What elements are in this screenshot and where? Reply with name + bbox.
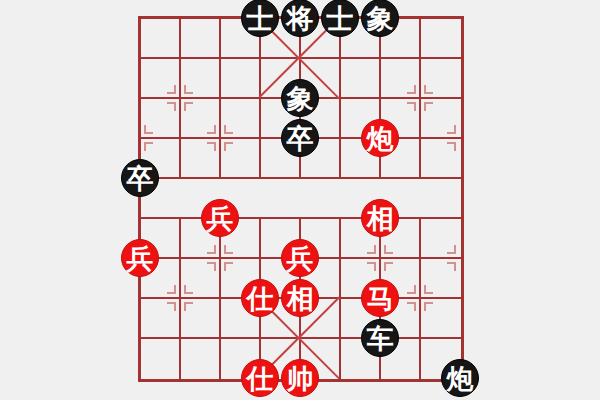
point-marker xyxy=(184,85,193,94)
xiangqi-board: 士将士象象卒卒车炮炮兵相兵兵仕相马仕帅 xyxy=(140,18,460,378)
piece-black-soldier[interactable]: 卒 xyxy=(121,159,159,197)
point-marker xyxy=(384,262,393,271)
river-cell xyxy=(301,179,341,219)
point-marker xyxy=(407,285,416,294)
board-cell xyxy=(221,59,261,99)
piece-black-elephant[interactable]: 象 xyxy=(361,0,399,37)
point-marker xyxy=(184,285,193,294)
point-marker xyxy=(424,102,433,111)
point-marker xyxy=(424,85,433,94)
piece-red-horse[interactable]: 马 xyxy=(361,279,399,317)
point-marker xyxy=(447,142,456,151)
piece-red-elephant[interactable]: 相 xyxy=(361,199,399,237)
board-cell xyxy=(141,19,181,59)
point-marker xyxy=(424,285,433,294)
piece-black-general[interactable]: 将 xyxy=(281,0,319,37)
piece-red-soldier[interactable]: 兵 xyxy=(281,239,319,277)
piece-red-general[interactable]: 帅 xyxy=(281,359,319,397)
piece-black-chariot[interactable]: 车 xyxy=(361,319,399,357)
point-marker xyxy=(447,245,456,254)
point-marker xyxy=(207,142,216,151)
point-marker xyxy=(184,302,193,311)
piece-black-cannon[interactable]: 炮 xyxy=(441,359,479,397)
piece-red-cannon[interactable]: 炮 xyxy=(361,119,399,157)
board-cell xyxy=(341,59,381,99)
river-cell xyxy=(421,179,461,219)
point-marker xyxy=(184,102,193,111)
piece-red-soldier[interactable]: 兵 xyxy=(121,239,159,277)
piece-black-elephant[interactable]: 象 xyxy=(281,79,319,117)
point-marker xyxy=(207,245,216,254)
piece-red-advisor[interactable]: 仕 xyxy=(241,279,279,317)
point-marker xyxy=(407,85,416,94)
piece-black-advisor[interactable]: 士 xyxy=(241,0,279,37)
board-cell xyxy=(181,339,221,379)
point-marker xyxy=(224,142,233,151)
board-grid xyxy=(138,16,464,382)
point-marker xyxy=(144,125,153,134)
piece-red-advisor[interactable]: 仕 xyxy=(241,359,279,397)
piece-black-soldier[interactable]: 卒 xyxy=(281,119,319,157)
board-cell xyxy=(421,19,461,59)
board-cell xyxy=(141,339,181,379)
piece-red-soldier[interactable]: 兵 xyxy=(201,199,239,237)
point-marker xyxy=(144,142,153,151)
point-marker xyxy=(367,245,376,254)
xiangqi-screen: 士将士象象卒卒车炮炮兵相兵兵仕相马仕帅 xyxy=(0,0,600,400)
point-marker xyxy=(224,125,233,134)
point-marker xyxy=(367,262,376,271)
point-marker xyxy=(447,125,456,134)
point-marker xyxy=(224,262,233,271)
point-marker xyxy=(167,285,176,294)
point-marker xyxy=(407,102,416,111)
point-marker xyxy=(167,302,176,311)
point-marker xyxy=(224,245,233,254)
river-cell xyxy=(261,179,301,219)
point-marker xyxy=(167,85,176,94)
point-marker xyxy=(167,102,176,111)
point-marker xyxy=(447,262,456,271)
point-marker xyxy=(424,302,433,311)
point-marker xyxy=(207,262,216,271)
piece-black-advisor[interactable]: 士 xyxy=(321,0,359,37)
point-marker xyxy=(384,245,393,254)
board-cell xyxy=(181,19,221,59)
point-marker xyxy=(407,302,416,311)
piece-red-elephant[interactable]: 相 xyxy=(281,279,319,317)
point-marker xyxy=(207,125,216,134)
